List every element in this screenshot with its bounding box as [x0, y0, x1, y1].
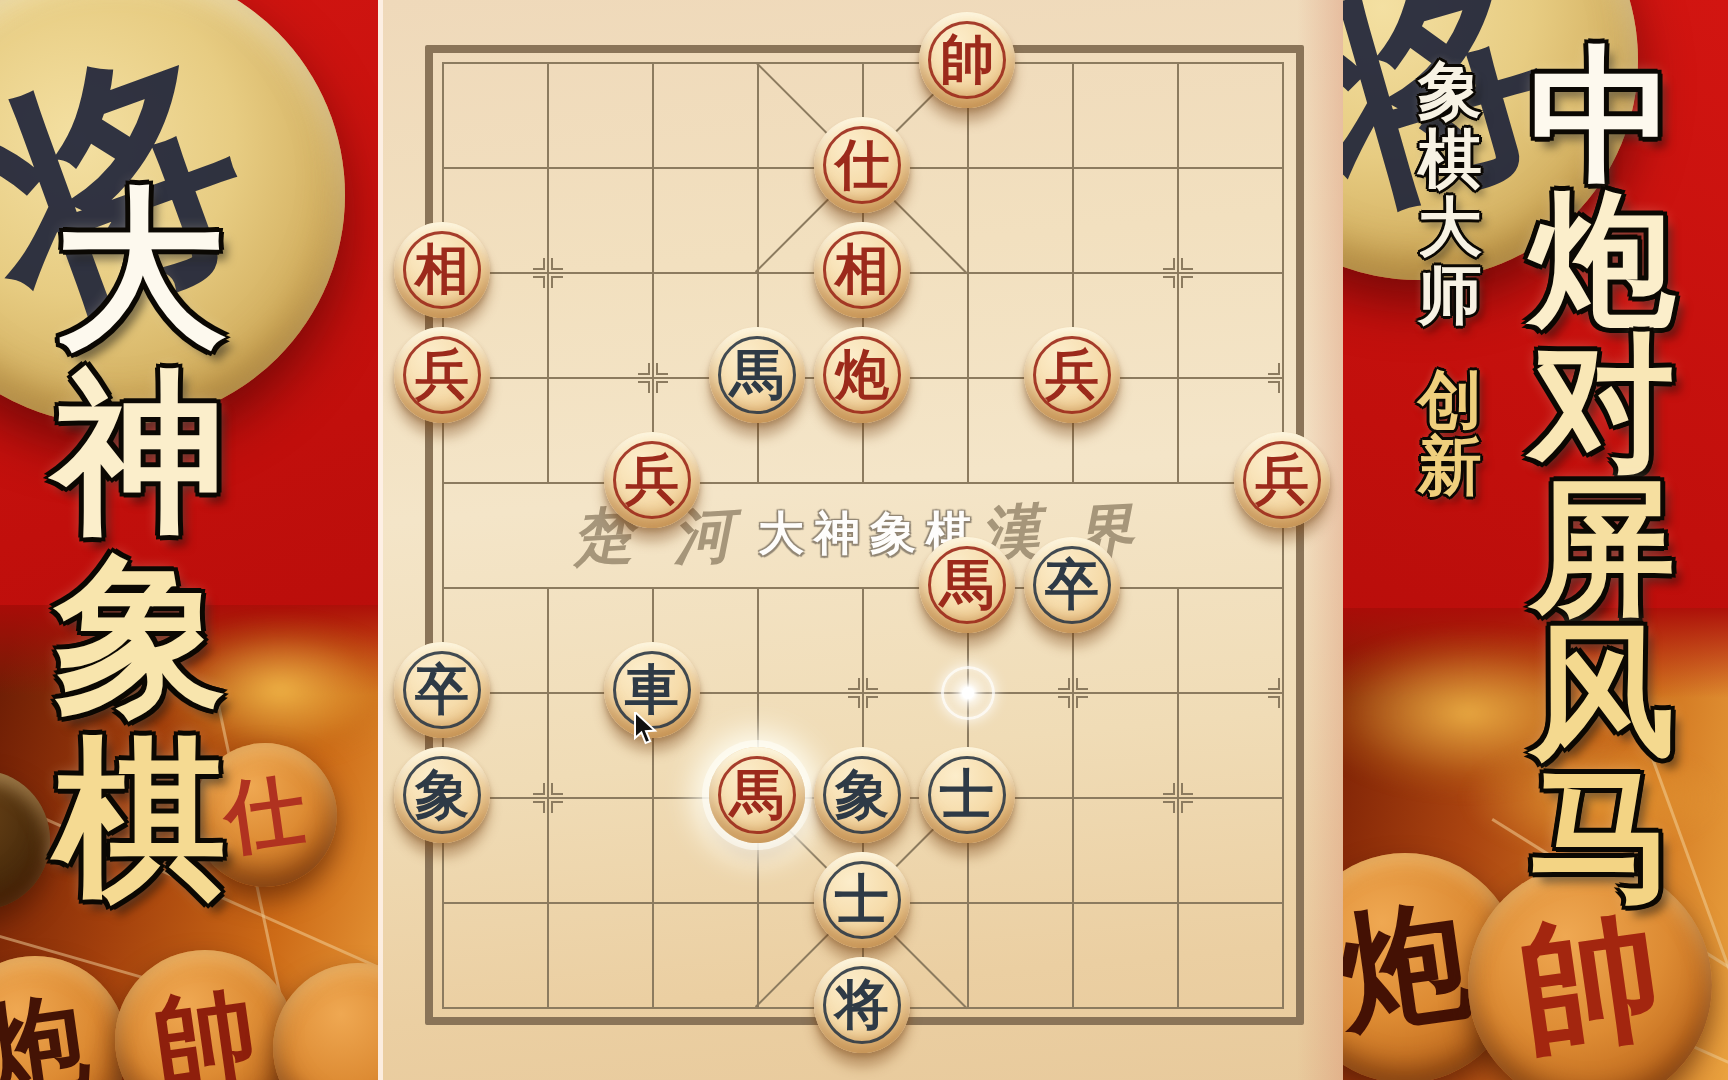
marker-bracket	[1268, 381, 1280, 393]
photo-piece-char: 仕	[218, 756, 312, 874]
piece-glyph: 卒	[1024, 537, 1120, 633]
point-marker	[1266, 676, 1300, 710]
piece-glyph: 兵	[1234, 432, 1330, 528]
piece-glyph: 兵	[394, 327, 490, 423]
river-left-edge-line	[442, 482, 444, 589]
piece-red-兵[interactable]: 兵	[1234, 432, 1330, 528]
title-char: 马	[1529, 765, 1675, 909]
marker-bracket	[1181, 276, 1193, 288]
marker-bracket	[533, 783, 545, 795]
marker-bracket	[551, 258, 563, 270]
marker-bracket	[1163, 783, 1175, 795]
title-char: 风	[1529, 621, 1675, 765]
piece-red-相[interactable]: 相	[394, 222, 490, 318]
title-char: 棋	[54, 729, 226, 912]
piece-glyph: 相	[394, 222, 490, 318]
title-char: 神	[54, 363, 226, 546]
piece-glyph: 帥	[919, 12, 1015, 108]
piece-black-象[interactable]: 象	[814, 747, 910, 843]
right-subtitle-column: 象棋大师	[1414, 58, 1486, 330]
marker-bracket	[551, 276, 563, 288]
piece-black-士[interactable]: 士	[919, 747, 1015, 843]
title-char: 对	[1529, 333, 1675, 477]
piece-red-馬[interactable]: 馬	[919, 537, 1015, 633]
piece-red-馬[interactable]: 馬	[709, 747, 805, 843]
point-marker	[846, 676, 880, 710]
piece-glyph: 士	[919, 747, 1015, 843]
point-marker	[1161, 781, 1195, 815]
photo-piece-cannon: 炮	[0, 956, 127, 1080]
piece-red-帥[interactable]: 帥	[919, 12, 1015, 108]
title-char: 中	[1529, 45, 1675, 189]
piece-glyph: 士	[814, 852, 910, 948]
title-char: 棋	[1418, 126, 1482, 194]
piece-black-将[interactable]: 将	[814, 957, 910, 1053]
piece-glyph: 将	[814, 957, 910, 1053]
piece-glyph: 象	[394, 747, 490, 843]
left-decor-panel: 将 仕 炮 帥 大神象棋	[0, 0, 378, 1080]
piece-glyph: 馬	[709, 327, 805, 423]
piece-black-馬[interactable]: 馬	[709, 327, 805, 423]
piece-glyph: 仕	[814, 117, 910, 213]
marker-bracket	[551, 783, 563, 795]
title-char: 大	[1418, 194, 1482, 262]
photo-piece-edge	[273, 963, 378, 1080]
marker-bracket	[1163, 276, 1175, 288]
marker-bracket	[848, 678, 860, 690]
marker-bracket	[1268, 363, 1280, 375]
mouse-cursor	[633, 712, 659, 746]
title-char: 大	[54, 180, 226, 363]
marker-bracket	[1058, 696, 1070, 708]
piece-red-兵[interactable]: 兵	[604, 432, 700, 528]
point-marker	[1161, 256, 1195, 290]
right-decor-panel: 将 炮 帥 象棋大师 创新 中炮对屏风马	[1343, 0, 1728, 1080]
marker-bracket	[1181, 258, 1193, 270]
marker-bracket	[848, 696, 860, 708]
title-char: 屏	[1529, 477, 1675, 621]
marker-bracket	[1181, 783, 1193, 795]
title-char: 象	[54, 546, 226, 729]
piece-red-兵[interactable]: 兵	[394, 327, 490, 423]
title-char: 新	[1418, 434, 1482, 500]
piece-glyph: 兵	[604, 432, 700, 528]
piece-glyph: 炮	[814, 327, 910, 423]
piece-glyph: 馬	[709, 747, 805, 843]
piece-glyph: 卒	[394, 642, 490, 738]
marker-bracket	[533, 801, 545, 813]
piece-black-象[interactable]: 象	[394, 747, 490, 843]
title-char: 创	[1418, 368, 1482, 434]
piece-glyph: 兵	[1024, 327, 1120, 423]
marker-bracket	[1181, 801, 1193, 813]
photo-piece-dark	[0, 770, 50, 910]
marker-bracket	[866, 696, 878, 708]
piece-glyph: 象	[814, 747, 910, 843]
point-marker	[1056, 676, 1090, 710]
right-title-column: 中炮对屏风马	[1527, 45, 1677, 909]
board-left-edge-highlight	[378, 0, 383, 1080]
title-char: 象	[1418, 58, 1482, 126]
point-marker	[1266, 361, 1300, 395]
right-subtitle2-column: 创新	[1414, 368, 1486, 500]
marker-bracket	[1268, 696, 1280, 708]
title-char: 师	[1418, 262, 1482, 330]
point-marker	[531, 781, 565, 815]
piece-black-卒[interactable]: 卒	[1024, 537, 1120, 633]
photo-piece-char: 炮	[1343, 872, 1482, 1064]
marker-bracket	[638, 363, 650, 375]
photo-piece-char: 炮	[0, 971, 96, 1080]
point-marker	[531, 256, 565, 290]
marker-bracket	[1163, 801, 1175, 813]
piece-red-炮[interactable]: 炮	[814, 327, 910, 423]
marker-bracket	[638, 381, 650, 393]
photo-piece-char: 帥	[145, 965, 265, 1080]
piece-glyph: 馬	[919, 537, 1015, 633]
photo-piece-marshal: 帥	[115, 950, 295, 1080]
title-char: 炮	[1529, 189, 1675, 333]
marker-bracket	[1163, 258, 1175, 270]
marker-bracket	[866, 678, 878, 690]
piece-glyph: 相	[814, 222, 910, 318]
marker-bracket	[1058, 678, 1070, 690]
piece-red-兵[interactable]: 兵	[1024, 327, 1120, 423]
marker-bracket	[551, 801, 563, 813]
marker-bracket	[533, 276, 545, 288]
left-title-column: 大神象棋	[50, 180, 230, 912]
marker-bracket	[656, 363, 668, 375]
xiangqi-board[interactable]: 楚 河 漢 界 大神象棋 帥仕相相兵炮兵兵兵馬馬馬卒卒車象象士士将	[378, 0, 1343, 1080]
piece-red-仕[interactable]: 仕	[814, 117, 910, 213]
marker-bracket	[1076, 678, 1088, 690]
marker-bracket	[656, 381, 668, 393]
point-marker	[636, 361, 670, 395]
marker-bracket	[1076, 696, 1088, 708]
marker-bracket	[1268, 678, 1280, 690]
move-indicator-dot[interactable]	[941, 666, 995, 720]
piece-black-士[interactable]: 士	[814, 852, 910, 948]
marker-bracket	[533, 258, 545, 270]
piece-black-卒[interactable]: 卒	[394, 642, 490, 738]
piece-red-相[interactable]: 相	[814, 222, 910, 318]
